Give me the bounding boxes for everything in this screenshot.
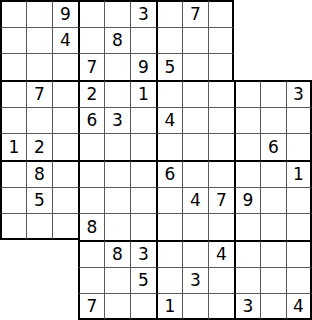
sudoku-cell-r5c10[interactable] bbox=[234, 107, 260, 134]
sudoku-cell-r7c8[interactable] bbox=[182, 160, 208, 187]
sudoku-cell-r3c5[interactable] bbox=[104, 53, 130, 80]
sudoku-cell-r4c9[interactable] bbox=[208, 80, 234, 107]
sudoku-cell-r3c4[interactable]: 7 bbox=[78, 53, 104, 80]
sudoku-cell-r8c4[interactable] bbox=[78, 187, 104, 214]
sudoku-cell-r6c8[interactable] bbox=[182, 133, 208, 160]
given-digit: 4 bbox=[165, 112, 176, 129]
sudoku-cell-r11c9[interactable] bbox=[208, 267, 234, 294]
sudoku-cell-r1c5[interactable] bbox=[104, 0, 130, 27]
sudoku-cell-r4c8[interactable] bbox=[182, 80, 208, 107]
sudoku-cell-r2c2[interactable] bbox=[26, 27, 52, 54]
given-digit: 4 bbox=[60, 32, 71, 49]
sudoku-cell-r10c9[interactable]: 4 bbox=[208, 240, 234, 267]
sudoku-cell-r6c5[interactable] bbox=[104, 133, 130, 160]
sudoku-cell-r12c8[interactable] bbox=[182, 293, 208, 320]
sudoku-cell-r9c1[interactable] bbox=[0, 213, 26, 240]
sudoku-cell-r9c10[interactable] bbox=[234, 213, 260, 240]
given-digit: 5 bbox=[138, 272, 149, 289]
sudoku-cell-r12c9[interactable] bbox=[208, 293, 234, 320]
sudoku-cell-r2c4[interactable] bbox=[78, 27, 104, 54]
sudoku-cell-r7c10[interactable] bbox=[234, 160, 260, 187]
sudoku-cell-r4c6[interactable]: 1 bbox=[130, 80, 156, 107]
sudoku-cell-r12c4[interactable]: 7 bbox=[78, 293, 104, 320]
given-digit: 8 bbox=[112, 32, 123, 49]
sudoku-cell-r11c7[interactable] bbox=[156, 267, 182, 294]
sudoku-cell-r9c2[interactable] bbox=[26, 213, 52, 240]
sudoku-cell-r3c6[interactable]: 9 bbox=[130, 53, 156, 80]
sudoku-cell-r2c8[interactable] bbox=[182, 27, 208, 54]
given-digit: 1 bbox=[9, 139, 20, 156]
sudoku-cell-r4c10[interactable] bbox=[234, 80, 260, 107]
sudoku-cell-r8c12[interactable] bbox=[286, 187, 312, 214]
given-digit: 6 bbox=[87, 112, 98, 129]
given-digit: 4 bbox=[293, 298, 304, 315]
sudoku-cell-r10c12[interactable] bbox=[286, 240, 312, 267]
sudoku-cell-r5c7[interactable]: 4 bbox=[156, 107, 182, 134]
sudoku-cell-r7c9[interactable] bbox=[208, 160, 234, 187]
sudoku-cell-r8c5[interactable] bbox=[104, 187, 130, 214]
given-digit: 8 bbox=[87, 219, 98, 236]
sudoku-cell-r4c11[interactable] bbox=[260, 80, 286, 107]
sudoku-cell-r2c6[interactable] bbox=[130, 27, 156, 54]
sudoku-cell-r6c2[interactable]: 2 bbox=[26, 133, 52, 160]
sudoku-cell-r7c2[interactable]: 8 bbox=[26, 160, 52, 187]
sudoku-cell-r1c9[interactable] bbox=[208, 0, 234, 27]
sudoku-cell-r10c7[interactable] bbox=[156, 240, 182, 267]
sudoku-cell-r7c6[interactable] bbox=[130, 160, 156, 187]
sudoku-cell-r10c10[interactable] bbox=[234, 240, 260, 267]
sudoku-cell-r11c8[interactable]: 3 bbox=[182, 267, 208, 294]
sudoku-cell-r4c3[interactable] bbox=[52, 80, 78, 107]
sudoku-cell-r6c1[interactable]: 1 bbox=[0, 133, 26, 160]
sudoku-cell-r2c9[interactable] bbox=[208, 27, 234, 54]
given-digit: 7 bbox=[216, 192, 227, 209]
given-digit: 3 bbox=[112, 112, 123, 129]
sudoku-cell-r6c12[interactable] bbox=[286, 133, 312, 160]
sudoku-cell-r3c2[interactable] bbox=[26, 53, 52, 80]
given-digit: 4 bbox=[216, 246, 227, 263]
sudoku-cell-r12c7[interactable]: 1 bbox=[156, 293, 182, 320]
sudoku-cell-r5c6[interactable] bbox=[130, 107, 156, 134]
given-digit: 3 bbox=[190, 272, 201, 289]
given-digit: 6 bbox=[268, 139, 279, 156]
sudoku-cell-r3c3[interactable] bbox=[52, 53, 78, 80]
sudoku-cell-r5c5[interactable]: 3 bbox=[104, 107, 130, 134]
sudoku-cell-r3c1[interactable] bbox=[0, 53, 26, 80]
given-digit: 9 bbox=[243, 192, 254, 209]
sudoku-cell-r12c11[interactable] bbox=[260, 293, 286, 320]
sudoku-cell-r6c7[interactable] bbox=[156, 133, 182, 160]
given-digit: 2 bbox=[34, 139, 45, 156]
sudoku-cell-r9c4[interactable]: 8 bbox=[78, 213, 104, 240]
sudoku-cell-r1c6[interactable]: 3 bbox=[130, 0, 156, 27]
given-digit: 7 bbox=[87, 59, 98, 76]
sudoku-cell-r1c4[interactable] bbox=[78, 0, 104, 27]
given-digit: 8 bbox=[112, 246, 123, 263]
sudoku-cell-r11c5[interactable] bbox=[104, 267, 130, 294]
sudoku-cell-r7c4[interactable] bbox=[78, 160, 104, 187]
sudoku-cell-r6c6[interactable] bbox=[130, 133, 156, 160]
sudoku-cell-r8c3[interactable] bbox=[52, 187, 78, 214]
sudoku-cell-r9c9[interactable] bbox=[208, 213, 234, 240]
sudoku-cell-r10c6[interactable]: 3 bbox=[130, 240, 156, 267]
sudoku-cell-r1c8[interactable]: 7 bbox=[182, 0, 208, 27]
sudoku-cell-r8c10[interactable]: 9 bbox=[234, 187, 260, 214]
sudoku-cell-r3c8[interactable] bbox=[182, 53, 208, 80]
sudoku-cell-r8c2[interactable]: 5 bbox=[26, 187, 52, 214]
sudoku-cell-r11c6[interactable]: 5 bbox=[130, 267, 156, 294]
sudoku-cell-r1c1[interactable] bbox=[0, 0, 26, 27]
given-digit: 8 bbox=[34, 166, 45, 183]
sudoku-cell-r2c1[interactable] bbox=[0, 27, 26, 54]
given-digit: 5 bbox=[165, 59, 176, 76]
given-digit: 7 bbox=[34, 86, 45, 103]
given-digit: 7 bbox=[190, 6, 201, 23]
given-digit: 1 bbox=[293, 166, 304, 183]
sudoku-cell-r8c8[interactable]: 4 bbox=[182, 187, 208, 214]
sudoku-cell-r11c10[interactable] bbox=[234, 267, 260, 294]
sudoku-cell-r5c12[interactable] bbox=[286, 107, 312, 134]
sudoku-cell-r11c4[interactable] bbox=[78, 267, 104, 294]
given-digit: 4 bbox=[190, 192, 201, 209]
sudoku-cell-r9c12[interactable] bbox=[286, 213, 312, 240]
sudoku-cell-r10c8[interactable] bbox=[182, 240, 208, 267]
sudoku-cell-r4c4[interactable]: 2 bbox=[78, 80, 104, 107]
given-digit: 3 bbox=[293, 86, 304, 103]
sudoku-cell-r5c4[interactable]: 6 bbox=[78, 107, 104, 134]
sudoku-cell-r4c7[interactable] bbox=[156, 80, 182, 107]
sudoku-cell-r7c1[interactable] bbox=[0, 160, 26, 187]
sudoku-cell-r9c7[interactable] bbox=[156, 213, 182, 240]
sudoku-cell-r7c3[interactable] bbox=[52, 160, 78, 187]
sudoku-cell-r11c11[interactable] bbox=[260, 267, 286, 294]
sudoku-cell-r7c7[interactable]: 6 bbox=[156, 160, 182, 187]
sudoku-cell-r5c9[interactable] bbox=[208, 107, 234, 134]
sudoku-cell-r9c5[interactable] bbox=[104, 213, 130, 240]
sudoku-cell-r2c3[interactable]: 4 bbox=[52, 27, 78, 54]
given-digit: 3 bbox=[138, 246, 149, 263]
sudoku-cell-r9c11[interactable] bbox=[260, 213, 286, 240]
sudoku-cell-r4c1[interactable] bbox=[0, 80, 26, 107]
sudoku-cell-r9c3[interactable] bbox=[52, 213, 78, 240]
given-digit: 3 bbox=[243, 298, 254, 315]
sudoku-cell-r9c8[interactable] bbox=[182, 213, 208, 240]
sudoku-cell-r6c4[interactable] bbox=[78, 133, 104, 160]
given-digit: 6 bbox=[165, 166, 176, 183]
given-digit: 2 bbox=[87, 86, 98, 103]
sudoku-cell-r9c6[interactable] bbox=[130, 213, 156, 240]
sudoku-cell-r4c12[interactable]: 3 bbox=[286, 80, 312, 107]
sudoku-cell-r6c9[interactable] bbox=[208, 133, 234, 160]
sudoku-board: 93748795721363412686154798834537134 bbox=[0, 0, 312, 320]
sudoku-cell-r2c5[interactable]: 8 bbox=[104, 27, 130, 54]
sudoku-cell-r10c4[interactable] bbox=[78, 240, 104, 267]
sudoku-cell-r4c5[interactable] bbox=[104, 80, 130, 107]
sudoku-cell-r8c11[interactable] bbox=[260, 187, 286, 214]
sudoku-cell-r8c7[interactable] bbox=[156, 187, 182, 214]
sudoku-cell-r12c12[interactable]: 4 bbox=[286, 293, 312, 320]
sudoku-cell-r8c1[interactable] bbox=[0, 187, 26, 214]
sudoku-cell-r6c11[interactable]: 6 bbox=[260, 133, 286, 160]
sudoku-cell-r11c12[interactable] bbox=[286, 267, 312, 294]
sudoku-cell-r12c10[interactable]: 3 bbox=[234, 293, 260, 320]
sudoku-cell-r7c11[interactable] bbox=[260, 160, 286, 187]
given-digit: 1 bbox=[138, 86, 149, 103]
sudoku-cell-r8c9[interactable]: 7 bbox=[208, 187, 234, 214]
given-digit: 9 bbox=[138, 59, 149, 76]
sudoku-cell-r6c3[interactable] bbox=[52, 133, 78, 160]
sudoku-cell-r8c6[interactable] bbox=[130, 187, 156, 214]
sudoku-cell-r10c11[interactable] bbox=[260, 240, 286, 267]
given-digit: 9 bbox=[60, 6, 71, 23]
sudoku-cell-r2c7[interactable] bbox=[156, 27, 182, 54]
given-digit: 1 bbox=[165, 298, 176, 315]
sudoku-cell-r5c11[interactable] bbox=[260, 107, 286, 134]
sudoku-cell-r7c12[interactable]: 1 bbox=[286, 160, 312, 187]
sudoku-cell-r5c2[interactable] bbox=[26, 107, 52, 134]
sudoku-cell-r6c10[interactable] bbox=[234, 133, 260, 160]
sudoku-cell-r1c7[interactable] bbox=[156, 0, 182, 27]
sudoku-cell-r5c3[interactable] bbox=[52, 107, 78, 134]
sudoku-cell-r5c8[interactable] bbox=[182, 107, 208, 134]
sudoku-cell-r1c2[interactable] bbox=[26, 0, 52, 27]
given-digit: 5 bbox=[34, 192, 45, 209]
sudoku-cell-r10c5[interactable]: 8 bbox=[104, 240, 130, 267]
sudoku-cell-r12c6[interactable] bbox=[130, 293, 156, 320]
sudoku-cell-r4c2[interactable]: 7 bbox=[26, 80, 52, 107]
sudoku-cell-r12c5[interactable] bbox=[104, 293, 130, 320]
sudoku-cell-r5c1[interactable] bbox=[0, 107, 26, 134]
sudoku-cell-r1c3[interactable]: 9 bbox=[52, 0, 78, 27]
sudoku-cell-r3c9[interactable] bbox=[208, 53, 234, 80]
sudoku-cell-r3c7[interactable]: 5 bbox=[156, 53, 182, 80]
given-digit: 3 bbox=[138, 6, 149, 23]
sudoku-cell-r7c5[interactable] bbox=[104, 160, 130, 187]
given-digit: 7 bbox=[87, 298, 98, 315]
